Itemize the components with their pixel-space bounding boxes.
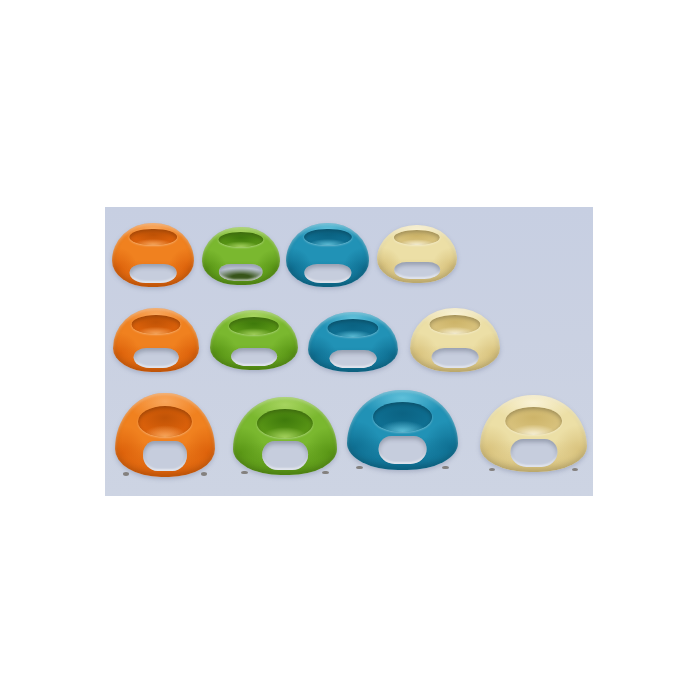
bowl-blue-large <box>347 390 458 470</box>
bowl-foot-right <box>201 472 207 476</box>
bowl-front-opening <box>231 348 277 366</box>
bowl-front-opening <box>219 264 263 281</box>
bowl-top-opening <box>229 317 279 335</box>
bowl-foot-right <box>572 468 578 471</box>
bowl-green-medium <box>210 310 298 370</box>
bowl-front-opening <box>304 264 351 283</box>
bowl-cream-large <box>480 395 587 472</box>
bowl-foot-left <box>356 466 363 470</box>
bowl-blue-small <box>286 223 369 287</box>
bowl-green-small <box>202 227 280 285</box>
bowl-foot-left <box>489 468 495 471</box>
bowl-front-opening <box>432 348 479 367</box>
bowl-top-opening <box>131 315 180 334</box>
bowl-top-opening <box>327 319 378 337</box>
bowl-front-opening <box>262 441 308 469</box>
bowl-front-opening <box>130 264 177 283</box>
bowl-front-opening <box>394 262 440 279</box>
bowl-orange-large <box>115 393 215 477</box>
bowl-foot-left <box>123 472 129 476</box>
bowl-green-large <box>233 397 337 475</box>
bowl-top-opening <box>257 409 313 438</box>
bowl-front-opening <box>330 350 377 368</box>
bowl-foot-right <box>322 471 328 475</box>
bowl-top-opening <box>303 229 351 246</box>
product-photo <box>0 0 700 700</box>
bowl-front-opening <box>378 436 427 465</box>
bowl-cream-small <box>377 225 457 283</box>
bowl-orange-small <box>112 223 194 287</box>
bowl-top-opening <box>373 402 433 432</box>
bowl-orange-medium <box>113 308 199 372</box>
bowl-foot-left <box>241 471 247 475</box>
bowl-front-opening <box>510 439 557 467</box>
bowl-foot-right <box>442 466 449 470</box>
bowl-front-opening <box>134 348 179 367</box>
bowl-blue-medium <box>308 312 398 372</box>
bowl-top-opening <box>129 229 177 246</box>
bowl-cream-medium <box>410 308 500 372</box>
bowl-top-opening <box>138 406 192 437</box>
bowl-front-opening <box>143 441 187 471</box>
